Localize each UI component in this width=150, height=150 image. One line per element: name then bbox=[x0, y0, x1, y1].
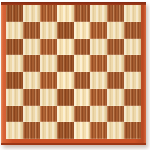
square-r5c8[interactable] bbox=[124, 72, 141, 89]
square-r5c2[interactable] bbox=[23, 72, 40, 89]
square-r8c8[interactable] bbox=[124, 122, 141, 139]
square-r2c8[interactable] bbox=[124, 22, 141, 39]
square-r4c3[interactable] bbox=[40, 55, 57, 72]
square-r8c4[interactable] bbox=[57, 122, 74, 139]
square-r3c3[interactable] bbox=[40, 39, 57, 56]
square-r8c5[interactable] bbox=[74, 122, 91, 139]
square-r6c5[interactable] bbox=[74, 89, 91, 106]
square-r6c7[interactable] bbox=[107, 89, 124, 106]
square-r4c1[interactable] bbox=[6, 55, 23, 72]
square-r5c3[interactable] bbox=[40, 72, 57, 89]
page-background bbox=[0, 0, 150, 150]
square-r8c7[interactable] bbox=[107, 122, 124, 139]
square-r3c1[interactable] bbox=[6, 39, 23, 56]
square-r1c6[interactable] bbox=[90, 5, 107, 22]
square-r6c4[interactable] bbox=[57, 89, 74, 106]
square-r4c7[interactable] bbox=[107, 55, 124, 72]
square-r3c5[interactable] bbox=[74, 39, 91, 56]
square-r4c5[interactable] bbox=[74, 55, 91, 72]
square-r6c3[interactable] bbox=[40, 89, 57, 106]
square-r3c4[interactable] bbox=[57, 39, 74, 56]
square-r1c5[interactable] bbox=[74, 5, 91, 22]
square-r8c3[interactable] bbox=[40, 122, 57, 139]
square-r4c2[interactable] bbox=[23, 55, 40, 72]
square-r3c7[interactable] bbox=[107, 39, 124, 56]
square-r7c3[interactable] bbox=[40, 106, 57, 123]
square-r5c6[interactable] bbox=[90, 72, 107, 89]
square-r5c1[interactable] bbox=[6, 72, 23, 89]
square-r5c5[interactable] bbox=[74, 72, 91, 89]
chessboard-frame bbox=[1, 2, 146, 145]
square-r7c8[interactable] bbox=[124, 106, 141, 123]
square-r5c7[interactable] bbox=[107, 72, 124, 89]
square-r1c7[interactable] bbox=[107, 5, 124, 22]
square-r7c7[interactable] bbox=[107, 106, 124, 123]
square-r8c1[interactable] bbox=[6, 122, 23, 139]
square-r7c6[interactable] bbox=[90, 106, 107, 123]
square-r3c2[interactable] bbox=[23, 39, 40, 56]
square-r2c1[interactable] bbox=[6, 22, 23, 39]
chessboard bbox=[6, 5, 141, 139]
square-r6c8[interactable] bbox=[124, 89, 141, 106]
square-r2c4[interactable] bbox=[57, 22, 74, 39]
square-r6c1[interactable] bbox=[6, 89, 23, 106]
square-r2c3[interactable] bbox=[40, 22, 57, 39]
square-r4c6[interactable] bbox=[90, 55, 107, 72]
square-r1c3[interactable] bbox=[40, 5, 57, 22]
square-r1c2[interactable] bbox=[23, 5, 40, 22]
square-r2c2[interactable] bbox=[23, 22, 40, 39]
square-r7c2[interactable] bbox=[23, 106, 40, 123]
square-r8c6[interactable] bbox=[90, 122, 107, 139]
square-r3c8[interactable] bbox=[124, 39, 141, 56]
square-r2c6[interactable] bbox=[90, 22, 107, 39]
square-r1c8[interactable] bbox=[124, 5, 141, 22]
square-r6c6[interactable] bbox=[90, 89, 107, 106]
square-r4c4[interactable] bbox=[57, 55, 74, 72]
square-r4c8[interactable] bbox=[124, 55, 141, 72]
square-r5c4[interactable] bbox=[57, 72, 74, 89]
square-r1c1[interactable] bbox=[6, 5, 23, 22]
square-r6c2[interactable] bbox=[23, 89, 40, 106]
square-r8c2[interactable] bbox=[23, 122, 40, 139]
square-r7c1[interactable] bbox=[6, 106, 23, 123]
square-r1c4[interactable] bbox=[57, 5, 74, 22]
square-r2c5[interactable] bbox=[74, 22, 91, 39]
square-r7c4[interactable] bbox=[57, 106, 74, 123]
square-r2c7[interactable] bbox=[107, 22, 124, 39]
square-r7c5[interactable] bbox=[74, 106, 91, 123]
square-r3c6[interactable] bbox=[90, 39, 107, 56]
